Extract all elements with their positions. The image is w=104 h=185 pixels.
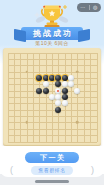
white-stone xyxy=(55,100,61,106)
view-group-ranking-button[interactable]: 查看群排名 xyxy=(31,166,73,175)
grid-line-v xyxy=(97,53,98,142)
white-stone xyxy=(43,81,49,87)
grid-line-h xyxy=(8,142,97,143)
home-indicator[interactable] xyxy=(35,180,69,183)
white-stone xyxy=(49,94,55,100)
wechat-capsule: ··· ◎ xyxy=(77,3,101,12)
grid-line-h xyxy=(8,129,97,130)
result-banner: 挑战成功 xyxy=(21,27,83,40)
more-icon[interactable]: ··· xyxy=(77,3,89,12)
decor-arc-right: ) xyxy=(91,165,94,175)
star-point xyxy=(76,70,79,73)
result-subtitle: 第10关 6回合 xyxy=(0,40,104,46)
next-level-button[interactable]: 下一关 xyxy=(25,152,79,163)
white-stone xyxy=(74,88,80,94)
white-stone xyxy=(55,88,61,94)
black-stone xyxy=(62,75,68,81)
grid-line-h xyxy=(8,135,97,136)
trophy-icon xyxy=(32,3,72,29)
black-stone xyxy=(55,81,61,87)
star-point xyxy=(25,70,28,73)
black-stone xyxy=(62,88,68,94)
black-stone xyxy=(62,94,68,100)
board-grid xyxy=(3,48,101,146)
star-point xyxy=(25,121,28,124)
black-stone xyxy=(55,107,61,113)
white-stone xyxy=(62,100,68,106)
star-point xyxy=(76,121,79,124)
white-stone xyxy=(68,81,74,87)
last-move-marker xyxy=(57,90,59,92)
white-stone xyxy=(68,75,74,81)
white-stone xyxy=(55,94,61,100)
decor-arc-left: ( xyxy=(10,165,13,175)
white-stone xyxy=(62,81,68,87)
black-stone xyxy=(36,75,42,81)
gomoku-board xyxy=(3,48,101,146)
black-stone xyxy=(36,88,42,94)
black-stone xyxy=(43,75,49,81)
black-stone xyxy=(43,88,49,94)
minimize-icon[interactable]: ◎ xyxy=(90,3,102,12)
result-banner-text: 挑战成功 xyxy=(31,28,73,39)
action-panel: 下一关 查看群排名 ( ) xyxy=(0,146,104,177)
app-screen: ··· ◎ 挑战成功 第10关 6回合 下一关 查看群排名 ( ) xyxy=(0,0,104,185)
grid-line-v xyxy=(90,53,91,142)
black-stone xyxy=(49,75,55,81)
black-stone xyxy=(55,75,61,81)
